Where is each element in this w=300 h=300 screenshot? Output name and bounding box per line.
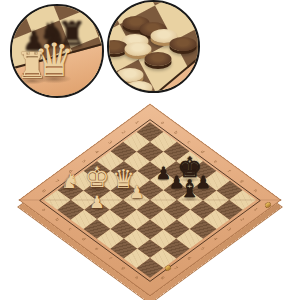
chess-board-frame: aa11bb22cc33dd44ee55ff66gg77hh88: [18, 104, 281, 297]
coordinate-label: 8: [41, 188, 47, 193]
coordinate-label: 5: [200, 246, 206, 251]
coordinate-label: 7: [54, 178, 60, 183]
coordinate-label: 4: [213, 236, 219, 241]
coordinate-label: b: [173, 130, 179, 135]
chess-pieces-closeup: 1♟♞♜♛♜: [10, 4, 104, 98]
coordinate-label: g: [239, 178, 245, 183]
coordinate-label: 4: [94, 149, 100, 154]
coordinate-label: b: [54, 217, 60, 222]
coordinate-label: 1: [134, 120, 140, 125]
checkers-closeup: 962: [107, 0, 200, 93]
coordinate-label: 3: [226, 227, 232, 232]
product-photo: aa11bb22cc33dd44ee55ff66gg77hh88 ♞♚♛♟♟♟♚…: [0, 0, 300, 300]
frame-coordinate-mark: 1: [21, 71, 27, 79]
coordinate-label: 7: [173, 265, 179, 270]
coordinate-label: 6: [67, 169, 73, 174]
coordinate-label: e: [213, 159, 219, 164]
frame-coordinate-mark: 9: [165, 91, 172, 93]
coordinate-label: h: [134, 275, 140, 280]
coordinate-label: 1: [253, 207, 259, 212]
cream-checker-disc: [117, 68, 144, 82]
coordinate-label: 2: [121, 130, 127, 135]
coordinate-label: c: [186, 140, 192, 145]
dark-checker-disc: [145, 52, 172, 66]
cream-checker-disc: [126, 81, 153, 93]
coordinate-label: a: [160, 120, 166, 125]
coordinate-label: 6: [186, 256, 192, 261]
coordinate-label: g: [121, 265, 127, 270]
coordinate-label: 3: [107, 140, 113, 145]
coordinate-label: f: [227, 169, 232, 173]
coordinate-label: a: [41, 207, 47, 212]
coordinate-label: d: [200, 149, 206, 154]
coordinate-label: h: [253, 188, 259, 193]
coordinate-label: e: [94, 246, 100, 251]
coordinate-label: 2: [239, 217, 245, 222]
coordinate-label: 8: [160, 275, 166, 280]
coordinate-label: c: [68, 227, 74, 232]
board-fold-seam: [18, 200, 282, 201]
coordinate-label: 5: [81, 159, 87, 164]
coordinate-label: d: [81, 236, 87, 241]
dark-checker-disc: [170, 37, 197, 51]
coordinate-label: f: [108, 256, 113, 260]
frame-coordinate-mark: 6: [185, 75, 192, 83]
